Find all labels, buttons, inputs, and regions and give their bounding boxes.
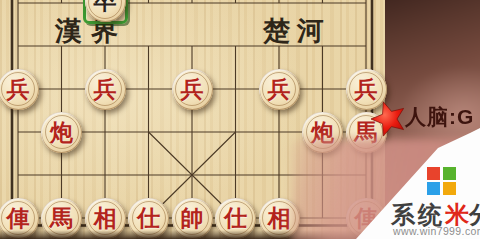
player-label: 人脑:G xyxy=(405,103,474,131)
brand-suffix: 分 xyxy=(469,201,480,228)
brand-mi: 米 xyxy=(445,201,469,228)
logo-square-yellow xyxy=(443,182,456,195)
logo-square-red xyxy=(427,167,440,180)
watermark-logo-icon xyxy=(427,167,456,195)
logo-square-blue xyxy=(427,182,440,195)
watermark-url: www.win7999.com xyxy=(393,225,480,237)
logo-square-green xyxy=(443,167,456,180)
xiangqi-app-window: 漢界 楚河 卒兵兵兵兵兵炮炮馬俥馬相仕帥仕相俥 人脑:G 系统米分 www.wi… xyxy=(0,0,480,239)
brand-prefix: 系统 xyxy=(391,201,445,228)
